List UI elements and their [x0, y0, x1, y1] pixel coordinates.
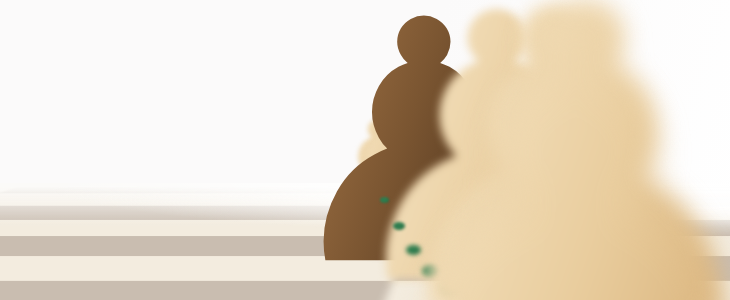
white-pawn-nearest: ♟ [356, 0, 730, 300]
chess-photo: ♟ ♟ ♟ ♟ ♟ ♟ ♟ [0, 0, 730, 300]
